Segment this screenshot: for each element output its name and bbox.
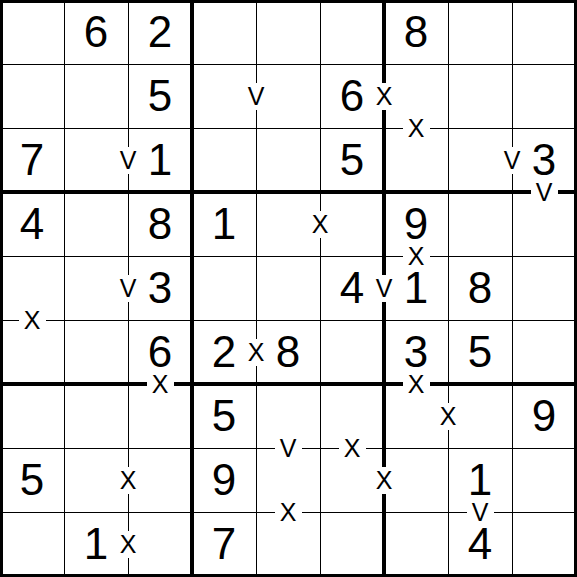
cell-r8c1-given[interactable]: 5: [0, 448, 64, 512]
cell-r2c3-given[interactable]: 5: [128, 64, 192, 128]
x-marker-r6c7-down: X: [403, 371, 430, 398]
cell-r6c8-given[interactable]: 5: [448, 320, 512, 384]
cell-r4c4-given[interactable]: 1: [192, 192, 256, 256]
v-marker-r5c2-right: V: [115, 275, 142, 302]
x-marker-r8c6-right: X: [371, 467, 398, 494]
cell-r1c9[interactable]: [512, 0, 576, 64]
xv-sudoku-screenshot: 628567153481934186283559591174VXXVVVXXVV…: [0, 0, 577, 577]
x-marker-r7c7-right: X: [435, 403, 462, 430]
cell-r7c2[interactable]: [64, 384, 128, 448]
cell-r1c5[interactable]: [256, 0, 320, 64]
cell-r1c8[interactable]: [448, 0, 512, 64]
cell-r1c7-given[interactable]: 8: [384, 0, 448, 64]
v-marker-r3c9-down: V: [531, 179, 558, 206]
cell-r9c9[interactable]: [512, 512, 576, 576]
cell-r4c3-given[interactable]: 8: [128, 192, 192, 256]
sudoku-board: 628567153481934186283559591174VXXVVVXXVV…: [0, 0, 577, 577]
cell-r4c2[interactable]: [64, 192, 128, 256]
cell-r5c8-given[interactable]: 8: [448, 256, 512, 320]
v-marker-r3c8-right: V: [499, 147, 526, 174]
cell-r7c4-given[interactable]: 5: [192, 384, 256, 448]
cell-r1c6[interactable]: [320, 0, 384, 64]
x-marker-r4c5-right: X: [307, 211, 334, 238]
cell-r5c4[interactable]: [192, 256, 256, 320]
cell-r2c1[interactable]: [0, 64, 64, 128]
x-marker-r2c6-right: X: [371, 83, 398, 110]
cell-r3c4[interactable]: [192, 128, 256, 192]
x-marker-r2c7-down: X: [403, 115, 430, 142]
cell-r1c4[interactable]: [192, 0, 256, 64]
cell-r9c4-given[interactable]: 7: [192, 512, 256, 576]
cell-r2c9[interactable]: [512, 64, 576, 128]
x-marker-r4c7-down: X: [403, 243, 430, 270]
x-marker-r9c2-right: X: [115, 531, 142, 558]
cell-r4c1-given[interactable]: 4: [0, 192, 64, 256]
cell-r6c2[interactable]: [64, 320, 128, 384]
cell-r9c6[interactable]: [320, 512, 384, 576]
x-marker-r8c2-right: X: [115, 467, 142, 494]
cell-r3c5[interactable]: [256, 128, 320, 192]
v-marker-r3c2-right: V: [115, 147, 142, 174]
v-marker-r5c6-right: V: [371, 275, 398, 302]
cell-r5c9[interactable]: [512, 256, 576, 320]
cell-r6c6[interactable]: [320, 320, 384, 384]
cell-r4c8[interactable]: [448, 192, 512, 256]
cell-r9c7[interactable]: [384, 512, 448, 576]
cell-r6c9[interactable]: [512, 320, 576, 384]
x-marker-r6c4-right: X: [243, 339, 270, 366]
cell-r8c9[interactable]: [512, 448, 576, 512]
cell-r2c8[interactable]: [448, 64, 512, 128]
cell-r7c1[interactable]: [0, 384, 64, 448]
cell-r1c1[interactable]: [0, 0, 64, 64]
cell-r9c1[interactable]: [0, 512, 64, 576]
v-marker-r7c5-down: V: [275, 435, 302, 462]
v-marker-r2c4-right: V: [243, 83, 270, 110]
cell-r3c1-given[interactable]: 7: [0, 128, 64, 192]
cell-r1c3-given[interactable]: 2: [128, 0, 192, 64]
cell-r1c2-given[interactable]: 6: [64, 0, 128, 64]
v-marker-r8c8-down: V: [467, 499, 494, 526]
cell-r7c9-given[interactable]: 9: [512, 384, 576, 448]
cell-r3c6-given[interactable]: 5: [320, 128, 384, 192]
cell-r5c5[interactable]: [256, 256, 320, 320]
x-marker-r5c1-down: X: [19, 307, 46, 334]
x-marker-r7c6-down: X: [339, 435, 366, 462]
x-marker-r8c5-down: X: [275, 499, 302, 526]
cell-r8c4-given[interactable]: 9: [192, 448, 256, 512]
cell-r2c2[interactable]: [64, 64, 128, 128]
x-marker-r6c3-down: X: [147, 371, 174, 398]
